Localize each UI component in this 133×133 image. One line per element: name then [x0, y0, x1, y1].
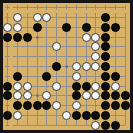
intersection[interactable] [23, 42, 33, 52]
intersection[interactable] [32, 120, 42, 130]
goban[interactable] [3, 3, 130, 130]
intersection[interactable] [62, 81, 72, 91]
intersection[interactable] [110, 81, 120, 91]
intersection[interactable] [23, 110, 33, 120]
intersection[interactable] [81, 23, 91, 33]
intersection[interactable] [32, 3, 42, 13]
black-stone [101, 42, 110, 51]
white-stone [23, 82, 32, 91]
intersection[interactable] [120, 110, 130, 120]
black-stone [101, 52, 110, 61]
black-stone [82, 82, 91, 91]
intersection[interactable] [81, 120, 91, 130]
intersection[interactable] [3, 120, 13, 130]
intersection[interactable] [42, 91, 52, 101]
intersection[interactable] [81, 71, 91, 81]
black-stone [101, 72, 110, 81]
black-stone [23, 101, 32, 110]
intersection[interactable] [23, 62, 33, 72]
black-stone [101, 121, 110, 130]
intersection[interactable] [120, 23, 130, 33]
white-stone [91, 33, 100, 42]
intersection[interactable] [52, 52, 62, 62]
white-stone [91, 42, 100, 51]
black-stone [101, 62, 110, 71]
intersection[interactable] [81, 62, 91, 72]
intersection[interactable] [62, 52, 72, 62]
intersection[interactable] [42, 32, 52, 42]
intersection[interactable] [13, 13, 23, 23]
intersection[interactable] [32, 101, 42, 111]
intersection[interactable] [101, 3, 111, 13]
intersection[interactable] [81, 42, 91, 52]
intersection[interactable] [3, 32, 13, 42]
intersection[interactable] [32, 91, 42, 101]
white-stone [13, 111, 22, 120]
black-stone [82, 111, 91, 120]
black-stone [111, 91, 120, 100]
intersection[interactable] [13, 52, 23, 62]
white-stone [23, 91, 32, 100]
intersection[interactable] [62, 110, 72, 120]
intersection[interactable] [81, 110, 91, 120]
black-stone [33, 101, 42, 110]
intersection[interactable] [3, 101, 13, 111]
intersection[interactable] [13, 120, 23, 130]
intersection[interactable] [23, 23, 33, 33]
intersection[interactable] [42, 110, 52, 120]
intersection[interactable] [32, 23, 42, 33]
intersection[interactable] [23, 71, 33, 81]
intersection[interactable] [101, 91, 111, 101]
black-stone [82, 23, 91, 32]
intersection[interactable] [52, 32, 62, 42]
intersection[interactable] [52, 23, 62, 33]
intersection[interactable] [3, 52, 13, 62]
white-stone [111, 82, 120, 91]
intersection[interactable] [110, 3, 120, 13]
intersection[interactable] [120, 120, 130, 130]
intersection[interactable] [81, 101, 91, 111]
black-stone [62, 23, 71, 32]
white-stone [91, 62, 100, 71]
intersection[interactable] [120, 71, 130, 81]
black-stone [42, 72, 51, 81]
intersection[interactable] [110, 71, 120, 81]
black-stone [101, 82, 110, 91]
intersection[interactable] [91, 52, 101, 62]
intersection[interactable] [42, 62, 52, 72]
black-stone [101, 33, 110, 42]
intersection[interactable] [110, 101, 120, 111]
black-stone [23, 33, 32, 42]
black-stone [121, 101, 130, 110]
intersection[interactable] [23, 120, 33, 130]
intersection[interactable] [91, 23, 101, 33]
intersection[interactable] [110, 110, 120, 120]
intersection[interactable] [81, 32, 91, 42]
black-stone [101, 23, 110, 32]
intersection[interactable] [52, 62, 62, 72]
intersection[interactable] [71, 23, 81, 33]
intersection[interactable] [91, 91, 101, 101]
intersection[interactable] [23, 81, 33, 91]
intersection[interactable] [32, 71, 42, 81]
intersection[interactable] [81, 3, 91, 13]
board-frame [0, 0, 133, 133]
black-stone [111, 72, 120, 81]
white-stone [72, 62, 81, 71]
intersection[interactable] [3, 42, 13, 52]
intersection[interactable] [120, 101, 130, 111]
intersection[interactable] [120, 13, 130, 23]
black-stone [111, 23, 120, 32]
black-stone [121, 91, 130, 100]
intersection[interactable] [91, 3, 101, 13]
intersection[interactable] [101, 62, 111, 72]
intersection[interactable] [62, 3, 72, 13]
intersection[interactable] [101, 32, 111, 42]
black-stone [101, 91, 110, 100]
white-stone [13, 23, 22, 32]
intersection[interactable] [42, 101, 52, 111]
intersection[interactable] [91, 71, 101, 81]
intersection[interactable] [62, 23, 72, 33]
black-stone [72, 82, 81, 91]
intersection[interactable] [71, 52, 81, 62]
white-stone [13, 82, 22, 91]
intersection[interactable] [62, 101, 72, 111]
intersection[interactable] [101, 23, 111, 33]
intersection[interactable] [101, 71, 111, 81]
intersection[interactable] [91, 13, 101, 23]
intersection[interactable] [3, 81, 13, 91]
intersection[interactable] [71, 91, 81, 101]
white-stone [13, 13, 22, 22]
white-stone [91, 121, 100, 130]
intersection[interactable] [3, 62, 13, 72]
intersection[interactable] [32, 81, 42, 91]
white-stone [52, 42, 61, 51]
intersection[interactable] [62, 32, 72, 42]
intersection[interactable] [81, 13, 91, 23]
white-stone [42, 13, 51, 22]
intersection[interactable] [13, 23, 23, 33]
intersection[interactable] [13, 62, 23, 72]
intersection[interactable] [71, 101, 81, 111]
white-stone [42, 91, 51, 100]
intersection[interactable] [101, 110, 111, 120]
white-stone [82, 91, 91, 100]
intersection[interactable] [3, 91, 13, 101]
intersection[interactable] [81, 91, 91, 101]
intersection[interactable] [13, 42, 23, 52]
intersection[interactable] [120, 3, 130, 13]
intersection[interactable] [42, 81, 52, 91]
intersection[interactable] [32, 52, 42, 62]
black-stone [3, 33, 12, 42]
intersection[interactable] [62, 42, 72, 52]
intersection[interactable] [71, 32, 81, 42]
intersection[interactable] [91, 32, 101, 42]
intersection[interactable] [62, 71, 72, 81]
intersection[interactable] [71, 71, 81, 81]
intersection[interactable] [32, 42, 42, 52]
black-stone [111, 101, 120, 110]
intersection[interactable] [110, 13, 120, 23]
black-stone [13, 33, 22, 42]
white-stone [82, 62, 91, 71]
intersection[interactable] [13, 71, 23, 81]
intersection[interactable] [91, 81, 101, 91]
intersection[interactable] [3, 23, 13, 33]
star-point [36, 94, 39, 97]
intersection[interactable] [110, 120, 120, 130]
intersection[interactable] [13, 32, 23, 42]
black-stone [13, 72, 22, 81]
black-stone [72, 111, 81, 120]
black-stone [101, 111, 110, 120]
intersection[interactable] [91, 42, 101, 52]
intersection[interactable] [23, 91, 33, 101]
intersection[interactable] [91, 62, 101, 72]
white-stone [91, 82, 100, 91]
intersection[interactable] [101, 42, 111, 52]
intersection[interactable] [42, 120, 52, 130]
intersection[interactable] [120, 62, 130, 72]
intersection[interactable] [13, 3, 23, 13]
intersection[interactable] [81, 81, 91, 91]
white-stone [72, 101, 81, 110]
intersection[interactable] [23, 3, 33, 13]
intersection[interactable] [62, 62, 72, 72]
intersection[interactable] [32, 62, 42, 72]
intersection[interactable] [52, 3, 62, 13]
intersection[interactable] [91, 110, 101, 120]
intersection[interactable] [52, 120, 62, 130]
star-point [36, 36, 39, 39]
intersection[interactable] [71, 13, 81, 23]
intersection[interactable] [23, 101, 33, 111]
black-stone [91, 111, 100, 120]
intersection[interactable] [42, 3, 52, 13]
black-stone [101, 13, 110, 22]
intersection[interactable] [23, 32, 33, 42]
black-stone [52, 62, 61, 71]
intersection[interactable] [110, 91, 120, 101]
intersection[interactable] [52, 101, 62, 111]
black-stone [72, 91, 81, 100]
intersection[interactable] [42, 13, 52, 23]
intersection[interactable] [71, 81, 81, 91]
intersection[interactable] [52, 42, 62, 52]
white-stone [62, 111, 71, 120]
intersection[interactable] [62, 91, 72, 101]
intersection[interactable] [71, 120, 81, 130]
intersection[interactable] [23, 52, 33, 62]
intersection[interactable] [62, 13, 72, 23]
intersection[interactable] [120, 81, 130, 91]
white-stone [82, 33, 91, 42]
black-stone [101, 101, 110, 110]
black-stone [13, 101, 22, 110]
black-stone [42, 101, 51, 110]
intersection[interactable] [32, 110, 42, 120]
intersection[interactable] [3, 13, 13, 23]
intersection[interactable] [52, 91, 62, 101]
intersection[interactable] [42, 42, 52, 52]
intersection[interactable] [120, 42, 130, 52]
intersection[interactable] [120, 32, 130, 42]
intersection[interactable] [110, 32, 120, 42]
white-stone [52, 101, 61, 110]
intersection[interactable] [23, 13, 33, 23]
intersection[interactable] [13, 101, 23, 111]
intersection[interactable] [32, 32, 42, 42]
intersection[interactable] [101, 101, 111, 111]
intersection[interactable] [52, 13, 62, 23]
intersection[interactable] [52, 81, 62, 91]
intersection[interactable] [42, 52, 52, 62]
intersection[interactable] [32, 13, 42, 23]
intersection[interactable] [81, 52, 91, 62]
white-stone [33, 13, 42, 22]
intersection[interactable] [62, 120, 72, 130]
intersection[interactable] [101, 81, 111, 91]
intersection[interactable] [101, 13, 111, 23]
intersection[interactable] [71, 42, 81, 52]
intersection[interactable] [52, 110, 62, 120]
intersection[interactable] [110, 23, 120, 33]
intersection[interactable] [71, 62, 81, 72]
black-stone [3, 82, 12, 91]
intersection[interactable] [110, 62, 120, 72]
intersection[interactable] [71, 110, 81, 120]
intersection[interactable] [101, 52, 111, 62]
intersection[interactable] [3, 71, 13, 81]
star-point [65, 65, 68, 68]
intersection[interactable] [13, 110, 23, 120]
intersection[interactable] [3, 3, 13, 13]
intersection[interactable] [91, 120, 101, 130]
white-stone [91, 52, 100, 61]
intersection[interactable] [42, 23, 52, 33]
intersection[interactable] [13, 91, 23, 101]
white-stone [72, 72, 81, 81]
intersection[interactable] [13, 81, 23, 91]
intersection[interactable] [91, 101, 101, 111]
black-stone [111, 121, 120, 130]
intersection[interactable] [120, 52, 130, 62]
white-stone [52, 82, 61, 91]
white-stone [3, 23, 12, 32]
intersection[interactable] [101, 120, 111, 130]
black-stone [3, 91, 12, 100]
black-stone [3, 111, 12, 120]
intersection[interactable] [42, 71, 52, 81]
white-stone [91, 91, 100, 100]
intersection[interactable] [110, 42, 120, 52]
black-stone [33, 23, 42, 32]
intersection[interactable] [110, 52, 120, 62]
intersection[interactable] [71, 3, 81, 13]
intersection[interactable] [3, 110, 13, 120]
white-stone [13, 91, 22, 100]
intersection[interactable] [52, 71, 62, 81]
intersection[interactable] [120, 91, 130, 101]
